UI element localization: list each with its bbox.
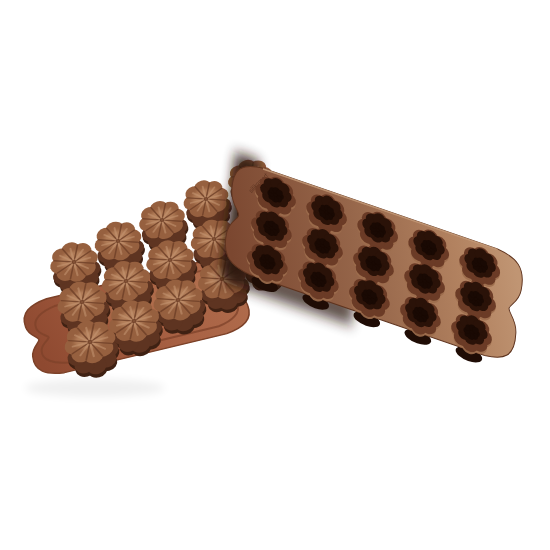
chocolate-mold-tray: silikomart xyxy=(220,152,526,380)
tray-drop-shadow xyxy=(25,379,165,397)
chocolate-mould-scene: silikomart xyxy=(0,0,550,550)
product-photo: silikomart xyxy=(0,0,550,550)
